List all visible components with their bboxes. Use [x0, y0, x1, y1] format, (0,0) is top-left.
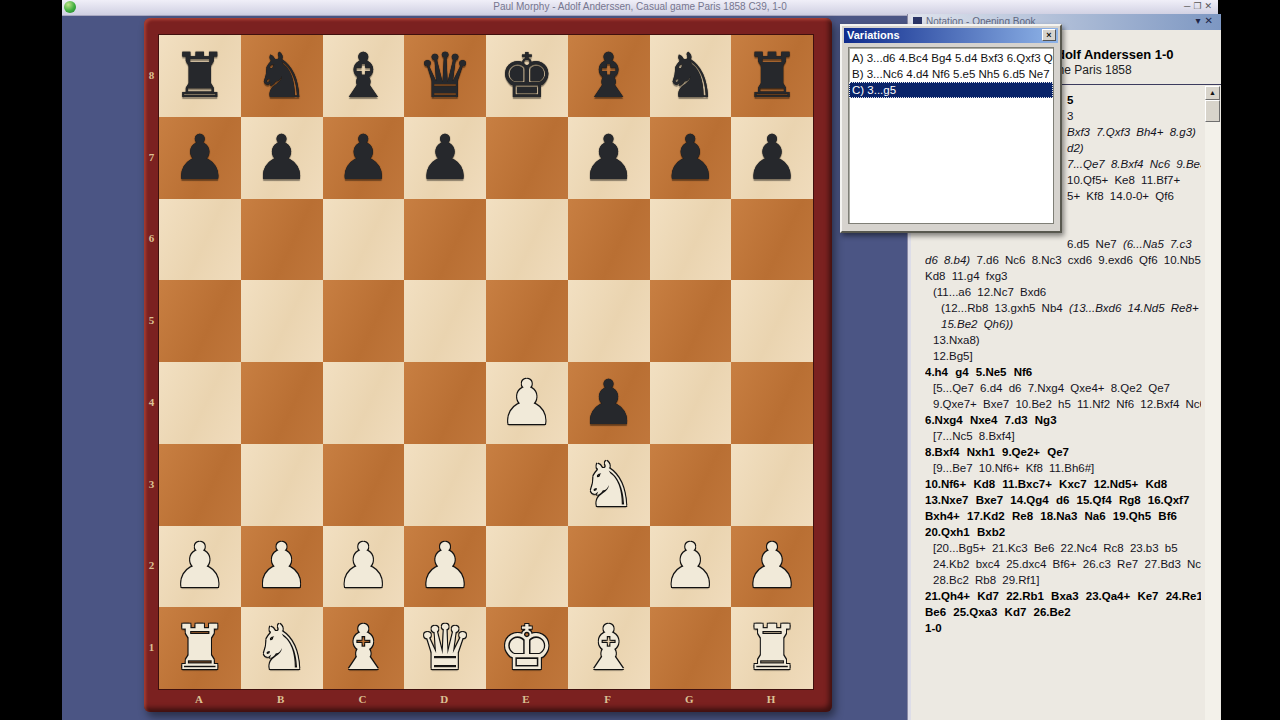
square-c8[interactable]: ♝ — [323, 35, 405, 117]
dialog-close-icon[interactable]: × — [1042, 29, 1056, 41]
chess-board-frame: 87654321 ♜♞♝♛♚♝♞♜♟♟♟♟♟♟♟♟♟♞♟♟♟♟♟♟♜♞♝♛♚♝♜… — [144, 18, 832, 712]
mainline-moves[interactable]: Be6 25.Qxa3 Kd7 26.Be2 — [925, 606, 1071, 618]
variation-moves[interactable]: [7...Nc5 8.Bxf4] — [933, 430, 1015, 442]
square-c6[interactable] — [323, 199, 405, 281]
square-a2[interactable]: ♟ — [159, 526, 241, 608]
piece-white-bishop[interactable]: ♝ — [336, 608, 392, 688]
square-b4[interactable] — [241, 362, 323, 444]
piece-white-pawn[interactable]: ♟ — [172, 526, 228, 606]
variation-moves[interactable]: 13.Nxa8) — [933, 334, 980, 346]
square-f5[interactable] — [568, 280, 650, 362]
square-f8[interactable]: ♝ — [568, 35, 650, 117]
mainline-moves[interactable]: 8.Bxf4 Nxh1 9.Qe2+ Qe7 — [925, 446, 1069, 458]
piece-black-bishop[interactable]: ♝ — [336, 36, 392, 116]
square-f6[interactable] — [568, 199, 650, 281]
notation-scrollbar[interactable]: ▲ — [1205, 86, 1220, 720]
file-label-A: A — [158, 688, 240, 709]
mainline-moves[interactable]: 21.Qh4+ Kd7 22.Rb1 Bxa3 23.Qa4+ Ke7 24.R… — [925, 590, 1201, 602]
square-e6[interactable] — [486, 199, 568, 281]
notation-line[interactable]: [9...Be7 10.Nf6+ Kf8 11.Bh6#] — [925, 460, 1201, 476]
variation-moves[interactable]: (6...Na5 7.c3 — [1123, 238, 1192, 250]
close-icon[interactable]: ✕ — [1204, 1, 1215, 11]
maximize-icon[interactable]: ❐ — [1193, 1, 1204, 11]
notation-line[interactable]: Kd8 11.g4 fxg3 — [925, 268, 1201, 284]
mainline-moves[interactable]: 6.Nxg4 Nxe4 7.d3 Ng3 — [925, 414, 1057, 426]
piece-white-bishop[interactable]: ♝ — [581, 608, 637, 688]
square-e1[interactable]: ♚ — [486, 607, 568, 689]
square-e3[interactable] — [486, 444, 568, 526]
piece-white-pawn[interactable]: ♟ — [254, 526, 310, 606]
notation-line[interactable]: 4.h4 g4 5.Ne5 Nf6 — [925, 364, 1201, 380]
square-c2[interactable]: ♟ — [323, 526, 405, 608]
variation-moves[interactable]: (12...Rb8 13.gxh5 Nb4 — [941, 302, 1069, 314]
piece-white-queen[interactable]: ♛ — [417, 608, 473, 688]
panel-caption-controls[interactable]: ▾✕ — [1196, 15, 1217, 26]
window-controls[interactable]: ─❐✕ — [1184, 1, 1215, 11]
rank-label-8: 8 — [145, 34, 158, 116]
variation-moves[interactable]: 6.d5 Ne7 — [1067, 238, 1123, 250]
notation-line[interactable]: Bxh4+ 17.Kd2 Re8 18.Na3 Na6 19.Qh5 Bf6 — [925, 508, 1201, 524]
square-e2[interactable] — [486, 526, 568, 608]
chess-board[interactable]: ♜♞♝♛♚♝♞♜♟♟♟♟♟♟♟♟♟♞♟♟♟♟♟♟♜♞♝♛♚♝♜ — [158, 34, 814, 690]
variation-moves[interactable]: 7.d6 Nc6 8.Nc3 cxd6 9.exd6 Qf6 10.Nb5 — [976, 254, 1200, 266]
notation-line[interactable]: [20...Bg5+ 21.Kc3 Be6 22.Nc4 Rc8 23.b3 b… — [925, 540, 1201, 556]
notation-line[interactable]: 8.Bxf4 Nxh1 9.Qe2+ Qe7 — [925, 444, 1201, 460]
square-b5[interactable] — [241, 280, 323, 362]
file-label-C: C — [322, 688, 404, 709]
square-a1[interactable]: ♜ — [159, 607, 241, 689]
piece-black-pawn[interactable]: ♟ — [172, 118, 228, 198]
piece-black-bishop[interactable]: ♝ — [581, 36, 637, 116]
square-d2[interactable]: ♟ — [404, 526, 486, 608]
rank-label-4: 4 — [145, 361, 158, 443]
piece-black-knight[interactable]: ♞ — [254, 36, 310, 116]
file-label-E: E — [485, 688, 567, 709]
notation-line[interactable]: 20.Qxh1 Bxb2 — [925, 524, 1201, 540]
square-e4[interactable]: ♟ — [486, 362, 568, 444]
variation-moves[interactable]: 5+ Kf8 14.0-0+ Qf6 — [1067, 190, 1174, 202]
notation-line[interactable]: 1-0 — [925, 620, 1201, 636]
rank-label-2: 2 — [145, 525, 158, 607]
notation-line[interactable]: 28.Bc2 Rb8 29.Rf1] — [925, 572, 1201, 588]
square-b3[interactable] — [241, 444, 323, 526]
mainline-moves[interactable]: 10.Nf6+ Kd8 11.Bxc7+ Kxc7 12.Nd5+ Kd8 — [925, 478, 1167, 490]
piece-white-rook[interactable]: ♜ — [744, 608, 800, 688]
rank-label-5: 5 — [145, 279, 158, 361]
square-f2[interactable] — [568, 526, 650, 608]
variation-moves[interactable]: 15.Be2 Qh6)) — [941, 318, 1013, 330]
piece-white-pawn[interactable]: ♟ — [499, 363, 555, 443]
square-d4[interactable] — [404, 362, 486, 444]
square-d3[interactable] — [404, 444, 486, 526]
variation-moves[interactable]: d6 8.b4) — [925, 254, 976, 266]
square-c7[interactable]: ♟ — [323, 117, 405, 199]
rank-label-1: 1 — [145, 606, 158, 688]
variation-option-a[interactable]: A) 3...d6 4.Bc4 Bg4 5.d4 Bxf3 6.Qxf3 Qh4… — [849, 50, 1053, 66]
mainline-moves[interactable]: 5 — [1067, 94, 1073, 106]
square-h7[interactable]: ♟ — [731, 117, 813, 199]
square-h8[interactable]: ♜ — [731, 35, 813, 117]
square-b1[interactable]: ♞ — [241, 607, 323, 689]
piece-black-rook[interactable]: ♜ — [744, 36, 800, 116]
square-f4[interactable]: ♟ — [568, 362, 650, 444]
piece-black-pawn[interactable]: ♟ — [336, 118, 392, 198]
square-e8[interactable]: ♚ — [486, 35, 568, 117]
piece-white-knight[interactable]: ♞ — [254, 608, 310, 688]
piece-white-pawn[interactable]: ♟ — [417, 526, 473, 606]
mainline-moves[interactable]: Bxh4+ 17.Kd2 Re8 18.Na3 Na6 19.Qh5 Bf6 — [925, 510, 1177, 522]
variations-dialog[interactable]: Variations × A) 3...d6 4.Bc4 Bg4 5.d4 Bx… — [840, 24, 1062, 233]
square-f7[interactable]: ♟ — [568, 117, 650, 199]
rank-label-3: 3 — [145, 443, 158, 525]
piece-black-queen[interactable]: ♛ — [417, 36, 473, 116]
square-h4[interactable] — [731, 362, 813, 444]
notation-line[interactable]: 12.Bg5] — [925, 348, 1201, 364]
variation-moves[interactable]: 24.Kb2 bxc4 25.dxc4 Bf6+ 26.c3 Re7 27.Bd… — [933, 558, 1201, 570]
piece-white-pawn[interactable]: ♟ — [663, 526, 719, 606]
minimize-icon[interactable]: ─ — [1184, 1, 1193, 11]
file-labels: ABCDEFGH — [158, 688, 812, 709]
mainline-moves[interactable]: 1-0 — [925, 622, 942, 634]
variations-list[interactable]: A) 3...d6 4.Bc4 Bg4 5.d4 Bxf3 6.Qxf3 Qh4… — [848, 47, 1054, 224]
piece-white-pawn[interactable]: ♟ — [744, 526, 800, 606]
notation-line[interactable]: 15.Be2 Qh6)) — [925, 316, 1201, 332]
square-g5[interactable] — [650, 280, 732, 362]
scroll-up-icon[interactable]: ▲ — [1205, 86, 1220, 100]
file-label-H: H — [730, 688, 812, 709]
variation-moves[interactable]: 3 — [1067, 110, 1073, 122]
variation-moves[interactable]: 9.Qxe7+ Bxe7 10.Be2 h5 11.Nf2 Nf6 12.Bxf… — [933, 398, 1201, 410]
variation-moves[interactable]: d2) — [1067, 142, 1084, 154]
square-h5[interactable] — [731, 280, 813, 362]
square-g4[interactable] — [650, 362, 732, 444]
scrollbar-thumb[interactable] — [1205, 100, 1220, 122]
rank-labels: 87654321 — [145, 34, 158, 688]
notation-line[interactable]: 6.Nxg4 Nxe4 7.d3 Ng3 — [925, 412, 1201, 428]
square-g6[interactable] — [650, 199, 732, 281]
square-h1[interactable]: ♜ — [731, 607, 813, 689]
square-g3[interactable] — [650, 444, 732, 526]
piece-black-king[interactable]: ♚ — [499, 36, 555, 116]
variation-moves[interactable]: Bxf3 7.Qxf3 Bh4+ 8.g3) — [1067, 126, 1196, 138]
notation-line[interactable]: (12...Rb8 13.gxh5 Nb4 (13...Bxd6 14.Nd5 … — [925, 300, 1201, 316]
piece-white-rook[interactable]: ♜ — [172, 608, 228, 688]
file-label-G: G — [649, 688, 731, 709]
piece-black-pawn[interactable]: ♟ — [663, 118, 719, 198]
notation-line[interactable]: 21.Qh4+ Kd7 22.Rb1 Bxa3 23.Qa4+ Ke7 24.R… — [925, 588, 1201, 604]
square-a5[interactable] — [159, 280, 241, 362]
piece-black-pawn[interactable]: ♟ — [581, 118, 637, 198]
panel-menu-icon[interactable]: ▾ — [1196, 15, 1205, 26]
variation-moves[interactable]: 10.Qf5+ Ke8 11.Bf7+ — [1067, 174, 1180, 186]
panel-close-icon[interactable]: ✕ — [1205, 15, 1217, 26]
window-title: Paul Morphy - Adolf Anderssen, Casual ga… — [62, 1, 1218, 12]
variation-moves[interactable]: 7...Qe7 8.Bxf4 Nc6 9.Be3) — [1067, 158, 1201, 170]
piece-black-pawn[interactable]: ♟ — [744, 118, 800, 198]
piece-black-pawn[interactable]: ♟ — [254, 118, 310, 198]
notation-line[interactable]: (11...a6 12.Nc7 Bxd6 — [925, 284, 1201, 300]
square-a7[interactable]: ♟ — [159, 117, 241, 199]
notation-line[interactable]: 10.Nf6+ Kd8 11.Bxc7+ Kxc7 12.Nd5+ Kd8 — [925, 476, 1201, 492]
notation-line[interactable]: [7...Nc5 8.Bxf4] — [925, 428, 1201, 444]
variations-dialog-title: Variations — [847, 29, 900, 41]
square-c4[interactable] — [323, 362, 405, 444]
variation-moves[interactable]: (11...a6 12.Nc7 Bxd6 — [933, 286, 1046, 298]
piece-black-knight[interactable]: ♞ — [663, 36, 719, 116]
file-label-D: D — [403, 688, 485, 709]
square-c5[interactable] — [323, 280, 405, 362]
notation-line[interactable]: d6 8.b4) 7.d6 Nc6 8.Nc3 cxd6 9.exd6 Qf6 … — [925, 252, 1201, 268]
square-g2[interactable]: ♟ — [650, 526, 732, 608]
notation-line[interactable]: Be6 25.Qxa3 Kd7 26.Be2 — [925, 604, 1201, 620]
variation-moves[interactable]: 12.Bg5] — [933, 350, 973, 362]
square-a3[interactable] — [159, 444, 241, 526]
variation-moves[interactable]: [5...Qe7 6.d4 d6 7.Nxg4 Qxe4+ 8.Qe2 Qe7 — [933, 382, 1170, 394]
chess-app-window: Paul Morphy - Adolf Anderssen, Casual ga… — [62, 0, 1218, 720]
piece-white-king[interactable]: ♚ — [499, 608, 555, 688]
square-b8[interactable]: ♞ — [241, 35, 323, 117]
rank-label-7: 7 — [145, 116, 158, 198]
notation-line[interactable]: 13.Nxa8) — [925, 332, 1201, 348]
square-d7[interactable]: ♟ — [404, 117, 486, 199]
mainline-moves[interactable]: 20.Qxh1 Bxb2 — [925, 526, 1005, 538]
variations-dialog-titlebar[interactable]: Variations × — [844, 28, 1058, 43]
notation-line[interactable]: 9.Qxe7+ Bxe7 10.Be2 h5 11.Nf2 Nf6 12.Bxf… — [925, 396, 1201, 412]
piece-white-knight[interactable]: ♞ — [581, 445, 637, 525]
square-b7[interactable]: ♟ — [241, 117, 323, 199]
file-label-F: F — [567, 688, 649, 709]
square-c1[interactable]: ♝ — [323, 607, 405, 689]
notation-line[interactable]: 24.Kb2 bxc4 25.dxc4 Bf6+ 26.c3 Re7 27.Bd… — [925, 556, 1201, 572]
square-e5[interactable] — [486, 280, 568, 362]
square-g1[interactable] — [650, 607, 732, 689]
mainline-moves[interactable]: 13.Nxe7 Bxe7 14.Qg4 d6 15.Qf4 Rg8 16.Qxf… — [925, 494, 1189, 506]
notation-line[interactable]: 6.d5 Ne7 (6...Na5 7.c3 — [925, 236, 1201, 252]
square-b2[interactable]: ♟ — [241, 526, 323, 608]
notation-line[interactable]: [5...Qe7 6.d4 d6 7.Nxg4 Qxe4+ 8.Qe2 Qe7 — [925, 380, 1201, 396]
variation-moves[interactable]: Kd8 11.g4 fxg3 — [925, 270, 1008, 282]
notation-line[interactable]: 13.Nxe7 Bxe7 14.Qg4 d6 15.Qf4 Rg8 16.Qxf… — [925, 492, 1201, 508]
mainline-moves[interactable]: 4.h4 g4 5.Ne5 Nf6 — [925, 366, 1032, 378]
square-a4[interactable] — [159, 362, 241, 444]
square-g8[interactable]: ♞ — [650, 35, 732, 117]
variation-moves[interactable]: 28.Bc2 Rb8 29.Rf1] — [933, 574, 1039, 586]
square-f1[interactable]: ♝ — [568, 607, 650, 689]
variation-moves[interactable]: [20...Bg5+ 21.Kc3 Be6 22.Nc4 Rc8 23.b3 b… — [933, 542, 1178, 554]
square-d6[interactable] — [404, 199, 486, 281]
square-d5[interactable] — [404, 280, 486, 362]
variation-moves[interactable]: (13...Bxd6 14.Nd5 Re8+ — [1069, 302, 1199, 314]
square-b6[interactable] — [241, 199, 323, 281]
piece-white-pawn[interactable]: ♟ — [336, 526, 392, 606]
square-g7[interactable]: ♟ — [650, 117, 732, 199]
piece-black-rook[interactable]: ♜ — [172, 36, 228, 116]
square-d8[interactable]: ♛ — [404, 35, 486, 117]
variation-moves[interactable]: [9...Be7 10.Nf6+ Kf8 11.Bh6#] — [933, 462, 1094, 474]
square-c3[interactable] — [323, 444, 405, 526]
square-e7[interactable] — [486, 117, 568, 199]
square-a8[interactable]: ♜ — [159, 35, 241, 117]
square-f3[interactable]: ♞ — [568, 444, 650, 526]
rank-label-6: 6 — [145, 198, 158, 280]
piece-black-pawn[interactable]: ♟ — [581, 363, 637, 443]
variation-option-b[interactable]: B) 3...Nc6 4.d4 Nf6 5.e5 Nh5 6.d5 Ne7 7.… — [849, 66, 1053, 82]
square-h3[interactable] — [731, 444, 813, 526]
variation-option-c[interactable]: C) 3...g5 — [849, 82, 1053, 98]
square-d1[interactable]: ♛ — [404, 607, 486, 689]
square-h6[interactable] — [731, 199, 813, 281]
file-label-B: B — [240, 688, 322, 709]
piece-black-pawn[interactable]: ♟ — [417, 118, 473, 198]
square-a6[interactable] — [159, 199, 241, 281]
square-h2[interactable]: ♟ — [731, 526, 813, 608]
